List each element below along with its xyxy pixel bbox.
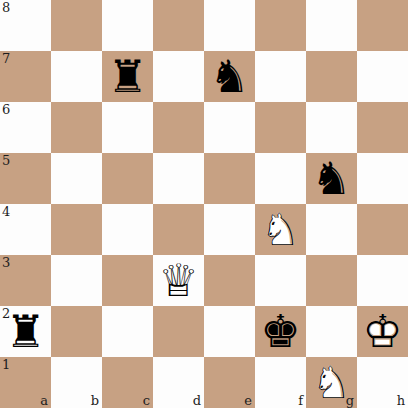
square-b1[interactable]: b xyxy=(51,357,102,408)
square-d3[interactable]: ♛♕ xyxy=(153,255,204,306)
square-g6[interactable] xyxy=(306,102,357,153)
rank-label-1: 1 xyxy=(2,358,10,372)
square-f7[interactable] xyxy=(255,51,306,102)
white-knight-g1[interactable]: ♞♘ xyxy=(306,357,357,408)
square-h4[interactable] xyxy=(357,204,408,255)
square-b7[interactable] xyxy=(51,51,102,102)
white-queen-icon: ♕ xyxy=(153,255,204,306)
square-f5[interactable] xyxy=(255,153,306,204)
square-e1[interactable]: e xyxy=(204,357,255,408)
square-a8[interactable]: 8 xyxy=(0,0,51,51)
white-knight-icon: ♘ xyxy=(306,357,357,408)
square-a7[interactable]: 7 xyxy=(0,51,51,102)
square-b2[interactable] xyxy=(51,306,102,357)
white-king-icon: ♔ xyxy=(357,306,408,357)
square-a6[interactable]: 6 xyxy=(0,102,51,153)
square-h7[interactable] xyxy=(357,51,408,102)
square-d5[interactable] xyxy=(153,153,204,204)
square-c5[interactable] xyxy=(102,153,153,204)
square-e6[interactable] xyxy=(204,102,255,153)
square-b5[interactable] xyxy=(51,153,102,204)
file-label-a: a xyxy=(40,394,48,408)
square-d2[interactable] xyxy=(153,306,204,357)
rank-label-8: 8 xyxy=(2,1,10,15)
chess-board: 87♜♞65♞4♞♘3♛♕2♜♚♚♔1abcdefg♞♘h xyxy=(0,0,408,408)
rank-label-3: 3 xyxy=(2,256,10,270)
black-rook-c7[interactable]: ♜ xyxy=(102,51,153,102)
square-d7[interactable] xyxy=(153,51,204,102)
square-e3[interactable] xyxy=(204,255,255,306)
square-g1[interactable]: g♞♘ xyxy=(306,357,357,408)
square-b4[interactable] xyxy=(51,204,102,255)
white-knight-f4[interactable]: ♞♘ xyxy=(255,204,306,255)
square-c8[interactable] xyxy=(102,0,153,51)
square-h1[interactable]: h xyxy=(357,357,408,408)
square-g3[interactable] xyxy=(306,255,357,306)
square-a2[interactable]: 2♜ xyxy=(0,306,51,357)
square-f3[interactable] xyxy=(255,255,306,306)
square-d8[interactable] xyxy=(153,0,204,51)
black-knight-icon: ♞ xyxy=(306,153,357,204)
square-b6[interactable] xyxy=(51,102,102,153)
square-d6[interactable] xyxy=(153,102,204,153)
square-c6[interactable] xyxy=(102,102,153,153)
rank-label-6: 6 xyxy=(2,103,10,117)
black-rook-icon: ♜ xyxy=(102,51,153,102)
square-h3[interactable] xyxy=(357,255,408,306)
black-king-icon: ♚ xyxy=(255,306,306,357)
rank-label-4: 4 xyxy=(2,205,10,219)
square-b8[interactable] xyxy=(51,0,102,51)
white-king-h2[interactable]: ♚♔ xyxy=(357,306,408,357)
square-c7[interactable]: ♜ xyxy=(102,51,153,102)
square-h8[interactable] xyxy=(357,0,408,51)
chess-board-grid: 87♜♞65♞4♞♘3♛♕2♜♚♚♔1abcdefg♞♘h xyxy=(0,0,408,408)
square-e2[interactable] xyxy=(204,306,255,357)
rank-label-5: 5 xyxy=(2,154,10,168)
black-rook-icon: ♜ xyxy=(0,306,51,357)
white-knight-icon: ♘ xyxy=(255,204,306,255)
file-label-e: e xyxy=(244,394,252,408)
square-f6[interactable] xyxy=(255,102,306,153)
square-g4[interactable] xyxy=(306,204,357,255)
square-d1[interactable]: d xyxy=(153,357,204,408)
file-label-h: h xyxy=(397,394,405,408)
square-g8[interactable] xyxy=(306,0,357,51)
file-label-d: d xyxy=(193,394,201,408)
square-g5[interactable]: ♞ xyxy=(306,153,357,204)
black-king-f2[interactable]: ♚ xyxy=(255,306,306,357)
black-rook-a2[interactable]: ♜ xyxy=(0,306,51,357)
square-f8[interactable] xyxy=(255,0,306,51)
white-queen-d3[interactable]: ♛♕ xyxy=(153,255,204,306)
square-c1[interactable]: c xyxy=(102,357,153,408)
square-e8[interactable] xyxy=(204,0,255,51)
square-f4[interactable]: ♞♘ xyxy=(255,204,306,255)
rank-label-7: 7 xyxy=(2,52,10,66)
black-knight-g5[interactable]: ♞ xyxy=(306,153,357,204)
square-c2[interactable] xyxy=(102,306,153,357)
square-a1[interactable]: 1a xyxy=(0,357,51,408)
square-b3[interactable] xyxy=(51,255,102,306)
square-h2[interactable]: ♚♔ xyxy=(357,306,408,357)
square-f1[interactable]: f xyxy=(255,357,306,408)
black-knight-icon: ♞ xyxy=(204,51,255,102)
square-g2[interactable] xyxy=(306,306,357,357)
file-label-f: f xyxy=(298,394,303,408)
file-label-b: b xyxy=(91,394,99,408)
square-e4[interactable] xyxy=(204,204,255,255)
square-a3[interactable]: 3 xyxy=(0,255,51,306)
square-g7[interactable] xyxy=(306,51,357,102)
square-c4[interactable] xyxy=(102,204,153,255)
file-label-c: c xyxy=(143,394,150,408)
square-d4[interactable] xyxy=(153,204,204,255)
square-e7[interactable]: ♞ xyxy=(204,51,255,102)
square-f2[interactable]: ♚ xyxy=(255,306,306,357)
square-e5[interactable] xyxy=(204,153,255,204)
square-c3[interactable] xyxy=(102,255,153,306)
square-h5[interactable] xyxy=(357,153,408,204)
square-h6[interactable] xyxy=(357,102,408,153)
square-a4[interactable]: 4 xyxy=(0,204,51,255)
square-a5[interactable]: 5 xyxy=(0,153,51,204)
black-knight-e7[interactable]: ♞ xyxy=(204,51,255,102)
